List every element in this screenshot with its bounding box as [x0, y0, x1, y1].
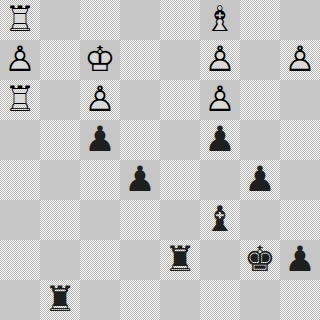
square-e3[interactable]	[160, 200, 200, 240]
black-pawn-icon: ♟	[120, 160, 160, 200]
square-f4[interactable]	[200, 160, 240, 200]
square-e2[interactable]: ♜	[160, 240, 200, 280]
piece-white-pawn[interactable]: ♟♙	[200, 40, 240, 80]
white-pawn-icon: ♙	[200, 40, 240, 80]
square-g1[interactable]	[240, 280, 280, 320]
chess-board: ♜♖♝♗♟♙♚♔♟♙♟♙♜♖♟♙♟♙♟♟♟♟♝♜♚♟♜	[0, 0, 320, 320]
piece-black-rook[interactable]: ♜	[40, 280, 80, 320]
square-d7[interactable]	[120, 40, 160, 80]
square-h3[interactable]	[280, 200, 320, 240]
square-e4[interactable]	[160, 160, 200, 200]
square-g3[interactable]	[240, 200, 280, 240]
square-b3[interactable]	[40, 200, 80, 240]
white-rook-icon: ♖	[0, 0, 40, 40]
square-f7[interactable]: ♟♙	[200, 40, 240, 80]
piece-black-pawn[interactable]: ♟	[240, 160, 280, 200]
piece-white-bishop[interactable]: ♝♗	[200, 0, 240, 40]
square-f5[interactable]: ♟	[200, 120, 240, 160]
white-bishop-icon: ♗	[200, 0, 240, 40]
square-a5[interactable]	[0, 120, 40, 160]
black-king-icon: ♚	[240, 240, 280, 280]
piece-white-pawn[interactable]: ♟♙	[0, 40, 40, 80]
square-b4[interactable]	[40, 160, 80, 200]
square-e8[interactable]	[160, 0, 200, 40]
square-b2[interactable]	[40, 240, 80, 280]
square-g2[interactable]: ♚	[240, 240, 280, 280]
square-c8[interactable]	[80, 0, 120, 40]
square-d4[interactable]: ♟	[120, 160, 160, 200]
piece-black-rook[interactable]: ♜	[160, 240, 200, 280]
piece-white-rook[interactable]: ♜♖	[0, 80, 40, 120]
square-b1[interactable]: ♜	[40, 280, 80, 320]
chess-board-window: ♜♖♝♗♟♙♚♔♟♙♟♙♜♖♟♙♟♙♟♟♟♟♝♜♚♟♜	[0, 0, 320, 320]
square-h6[interactable]	[280, 80, 320, 120]
black-pawn-icon: ♟	[280, 240, 320, 280]
square-b6[interactable]	[40, 80, 80, 120]
square-e1[interactable]	[160, 280, 200, 320]
square-h4[interactable]	[280, 160, 320, 200]
square-h8[interactable]	[280, 0, 320, 40]
square-c2[interactable]	[80, 240, 120, 280]
white-pawn-icon: ♙	[0, 40, 40, 80]
white-pawn-icon: ♙	[280, 40, 320, 80]
square-g6[interactable]	[240, 80, 280, 120]
square-c5[interactable]: ♟	[80, 120, 120, 160]
square-d8[interactable]	[120, 0, 160, 40]
square-h5[interactable]	[280, 120, 320, 160]
square-a6[interactable]: ♜♖	[0, 80, 40, 120]
black-rook-icon: ♜	[160, 240, 200, 280]
square-a7[interactable]: ♟♙	[0, 40, 40, 80]
piece-black-pawn[interactable]: ♟	[280, 240, 320, 280]
piece-white-pawn[interactable]: ♟♙	[280, 40, 320, 80]
piece-white-pawn[interactable]: ♟♙	[80, 80, 120, 120]
square-c4[interactable]	[80, 160, 120, 200]
square-d5[interactable]	[120, 120, 160, 160]
square-b5[interactable]	[40, 120, 80, 160]
square-h7[interactable]: ♟♙	[280, 40, 320, 80]
square-d1[interactable]	[120, 280, 160, 320]
square-c6[interactable]: ♟♙	[80, 80, 120, 120]
piece-white-pawn[interactable]: ♟♙	[200, 80, 240, 120]
square-g7[interactable]	[240, 40, 280, 80]
piece-white-rook[interactable]: ♜♖	[0, 0, 40, 40]
square-f6[interactable]: ♟♙	[200, 80, 240, 120]
white-rook-icon: ♖	[0, 80, 40, 120]
black-pawn-icon: ♟	[240, 160, 280, 200]
piece-white-king[interactable]: ♚♔	[80, 40, 120, 80]
square-c3[interactable]	[80, 200, 120, 240]
square-a2[interactable]	[0, 240, 40, 280]
piece-black-bishop[interactable]: ♝	[200, 200, 240, 240]
square-h2[interactable]: ♟	[280, 240, 320, 280]
white-king-icon: ♔	[80, 40, 120, 80]
square-a1[interactable]	[0, 280, 40, 320]
square-b8[interactable]	[40, 0, 80, 40]
square-a8[interactable]: ♜♖	[0, 0, 40, 40]
square-a3[interactable]	[0, 200, 40, 240]
square-d2[interactable]	[120, 240, 160, 280]
square-c7[interactable]: ♚♔	[80, 40, 120, 80]
square-g8[interactable]	[240, 0, 280, 40]
piece-black-pawn[interactable]: ♟	[200, 120, 240, 160]
white-pawn-icon: ♙	[80, 80, 120, 120]
piece-black-pawn[interactable]: ♟	[80, 120, 120, 160]
black-bishop-icon: ♝	[200, 200, 240, 240]
square-h1[interactable]	[280, 280, 320, 320]
square-b7[interactable]	[40, 40, 80, 80]
square-f2[interactable]	[200, 240, 240, 280]
black-pawn-icon: ♟	[200, 120, 240, 160]
piece-black-pawn[interactable]: ♟	[120, 160, 160, 200]
square-e5[interactable]	[160, 120, 200, 160]
square-d6[interactable]	[120, 80, 160, 120]
square-f1[interactable]	[200, 280, 240, 320]
square-g5[interactable]	[240, 120, 280, 160]
square-e6[interactable]	[160, 80, 200, 120]
square-e7[interactable]	[160, 40, 200, 80]
black-pawn-icon: ♟	[80, 120, 120, 160]
square-f3[interactable]: ♝	[200, 200, 240, 240]
black-rook-icon: ♜	[40, 280, 80, 320]
white-pawn-icon: ♙	[200, 80, 240, 120]
square-d3[interactable]	[120, 200, 160, 240]
square-f8[interactable]: ♝♗	[200, 0, 240, 40]
square-g4[interactable]: ♟	[240, 160, 280, 200]
piece-black-king[interactable]: ♚	[240, 240, 280, 280]
square-a4[interactable]	[0, 160, 40, 200]
square-c1[interactable]	[80, 280, 120, 320]
